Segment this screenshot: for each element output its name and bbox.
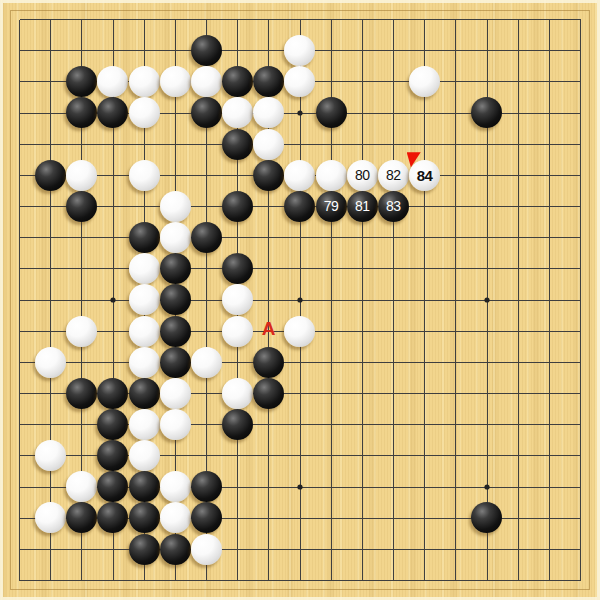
- stone-black[interactable]: [66, 378, 97, 409]
- move-number: 80: [355, 168, 370, 182]
- stone-black[interactable]: [35, 160, 66, 191]
- stone-black[interactable]: [160, 253, 191, 284]
- stone-black[interactable]: [191, 35, 222, 66]
- stone-black[interactable]: [129, 378, 160, 409]
- stone-white[interactable]: [35, 347, 66, 378]
- stone-white[interactable]: [66, 160, 97, 191]
- stone-white[interactable]: [160, 222, 191, 253]
- stone-black[interactable]: [97, 409, 128, 440]
- stone-black[interactable]: [66, 66, 97, 97]
- stone-black[interactable]: [191, 502, 222, 533]
- stone-black[interactable]: [97, 471, 128, 502]
- stone-white[interactable]: [160, 409, 191, 440]
- stone-white[interactable]: [222, 284, 253, 315]
- move-number: 83: [386, 199, 401, 213]
- stone-black[interactable]: [97, 97, 128, 128]
- stone-black[interactable]: [66, 502, 97, 533]
- stone-white[interactable]: 80: [347, 160, 378, 191]
- stone-white[interactable]: [191, 534, 222, 565]
- stone-white[interactable]: [129, 284, 160, 315]
- stone-black[interactable]: [222, 66, 253, 97]
- move-number: 82: [386, 168, 401, 182]
- stone-white[interactable]: [129, 347, 160, 378]
- stone-white[interactable]: [191, 66, 222, 97]
- stone-white[interactable]: [129, 97, 160, 128]
- stone-black[interactable]: [253, 160, 284, 191]
- stone-white[interactable]: [129, 160, 160, 191]
- stone-white[interactable]: 82: [378, 160, 409, 191]
- stone-black[interactable]: [129, 222, 160, 253]
- stone-black[interactable]: [191, 97, 222, 128]
- stone-white[interactable]: [316, 160, 347, 191]
- stone-white[interactable]: [284, 35, 315, 66]
- stone-black[interactable]: [253, 66, 284, 97]
- stone-white[interactable]: [35, 502, 66, 533]
- stone-black[interactable]: [160, 347, 191, 378]
- go-board[interactable]: A 808284798183: [4, 4, 596, 596]
- stone-white[interactable]: [160, 66, 191, 97]
- stone-black[interactable]: 81: [347, 191, 378, 222]
- stone-white[interactable]: 84: [409, 160, 440, 191]
- stone-black[interactable]: [222, 129, 253, 160]
- stone-white[interactable]: [284, 316, 315, 347]
- stone-white[interactable]: [160, 471, 191, 502]
- stone-white[interactable]: [284, 160, 315, 191]
- stone-white[interactable]: [253, 129, 284, 160]
- stone-white[interactable]: [160, 191, 191, 222]
- stone-white[interactable]: [284, 66, 315, 97]
- stone-black[interactable]: [253, 378, 284, 409]
- stone-black[interactable]: [97, 502, 128, 533]
- stone-white[interactable]: [35, 440, 66, 471]
- stone-white[interactable]: [129, 409, 160, 440]
- stone-black[interactable]: 79: [316, 191, 347, 222]
- stone-white[interactable]: [160, 378, 191, 409]
- stone-white[interactable]: [66, 316, 97, 347]
- stone-white[interactable]: [222, 97, 253, 128]
- stone-black[interactable]: [222, 253, 253, 284]
- stone-white[interactable]: [191, 347, 222, 378]
- move-number: 81: [355, 199, 370, 213]
- stone-white[interactable]: [97, 66, 128, 97]
- go-board-screenshot: A 808284798183: [0, 0, 600, 600]
- stone-white[interactable]: [66, 471, 97, 502]
- stone-black[interactable]: [66, 97, 97, 128]
- stone-black[interactable]: [129, 502, 160, 533]
- stone-black[interactable]: [222, 191, 253, 222]
- stone-white[interactable]: [129, 316, 160, 347]
- stone-black[interactable]: [160, 316, 191, 347]
- stone-black[interactable]: [222, 409, 253, 440]
- stone-black[interactable]: [253, 347, 284, 378]
- stone-black[interactable]: [129, 534, 160, 565]
- stone-white[interactable]: [409, 66, 440, 97]
- stone-black[interactable]: [471, 502, 502, 533]
- stone-black[interactable]: [97, 440, 128, 471]
- stone-black[interactable]: [97, 378, 128, 409]
- label-a-marker: A: [253, 316, 284, 347]
- stone-white[interactable]: [129, 253, 160, 284]
- stone-white[interactable]: [222, 378, 253, 409]
- stone-black[interactable]: [471, 97, 502, 128]
- stone-black[interactable]: [129, 471, 160, 502]
- stone-black[interactable]: [316, 97, 347, 128]
- move-number: 79: [324, 199, 339, 213]
- stone-white[interactable]: [253, 97, 284, 128]
- stone-black[interactable]: [191, 471, 222, 502]
- stone-white[interactable]: [129, 66, 160, 97]
- stone-white[interactable]: [160, 502, 191, 533]
- stone-black[interactable]: [160, 284, 191, 315]
- stone-black[interactable]: 83: [378, 191, 409, 222]
- stone-black[interactable]: [160, 534, 191, 565]
- stone-white[interactable]: [222, 316, 253, 347]
- stone-black[interactable]: [191, 222, 222, 253]
- stone-white[interactable]: [129, 440, 160, 471]
- move-number: 84: [417, 168, 433, 183]
- stone-black[interactable]: [66, 191, 97, 222]
- stone-black[interactable]: [284, 191, 315, 222]
